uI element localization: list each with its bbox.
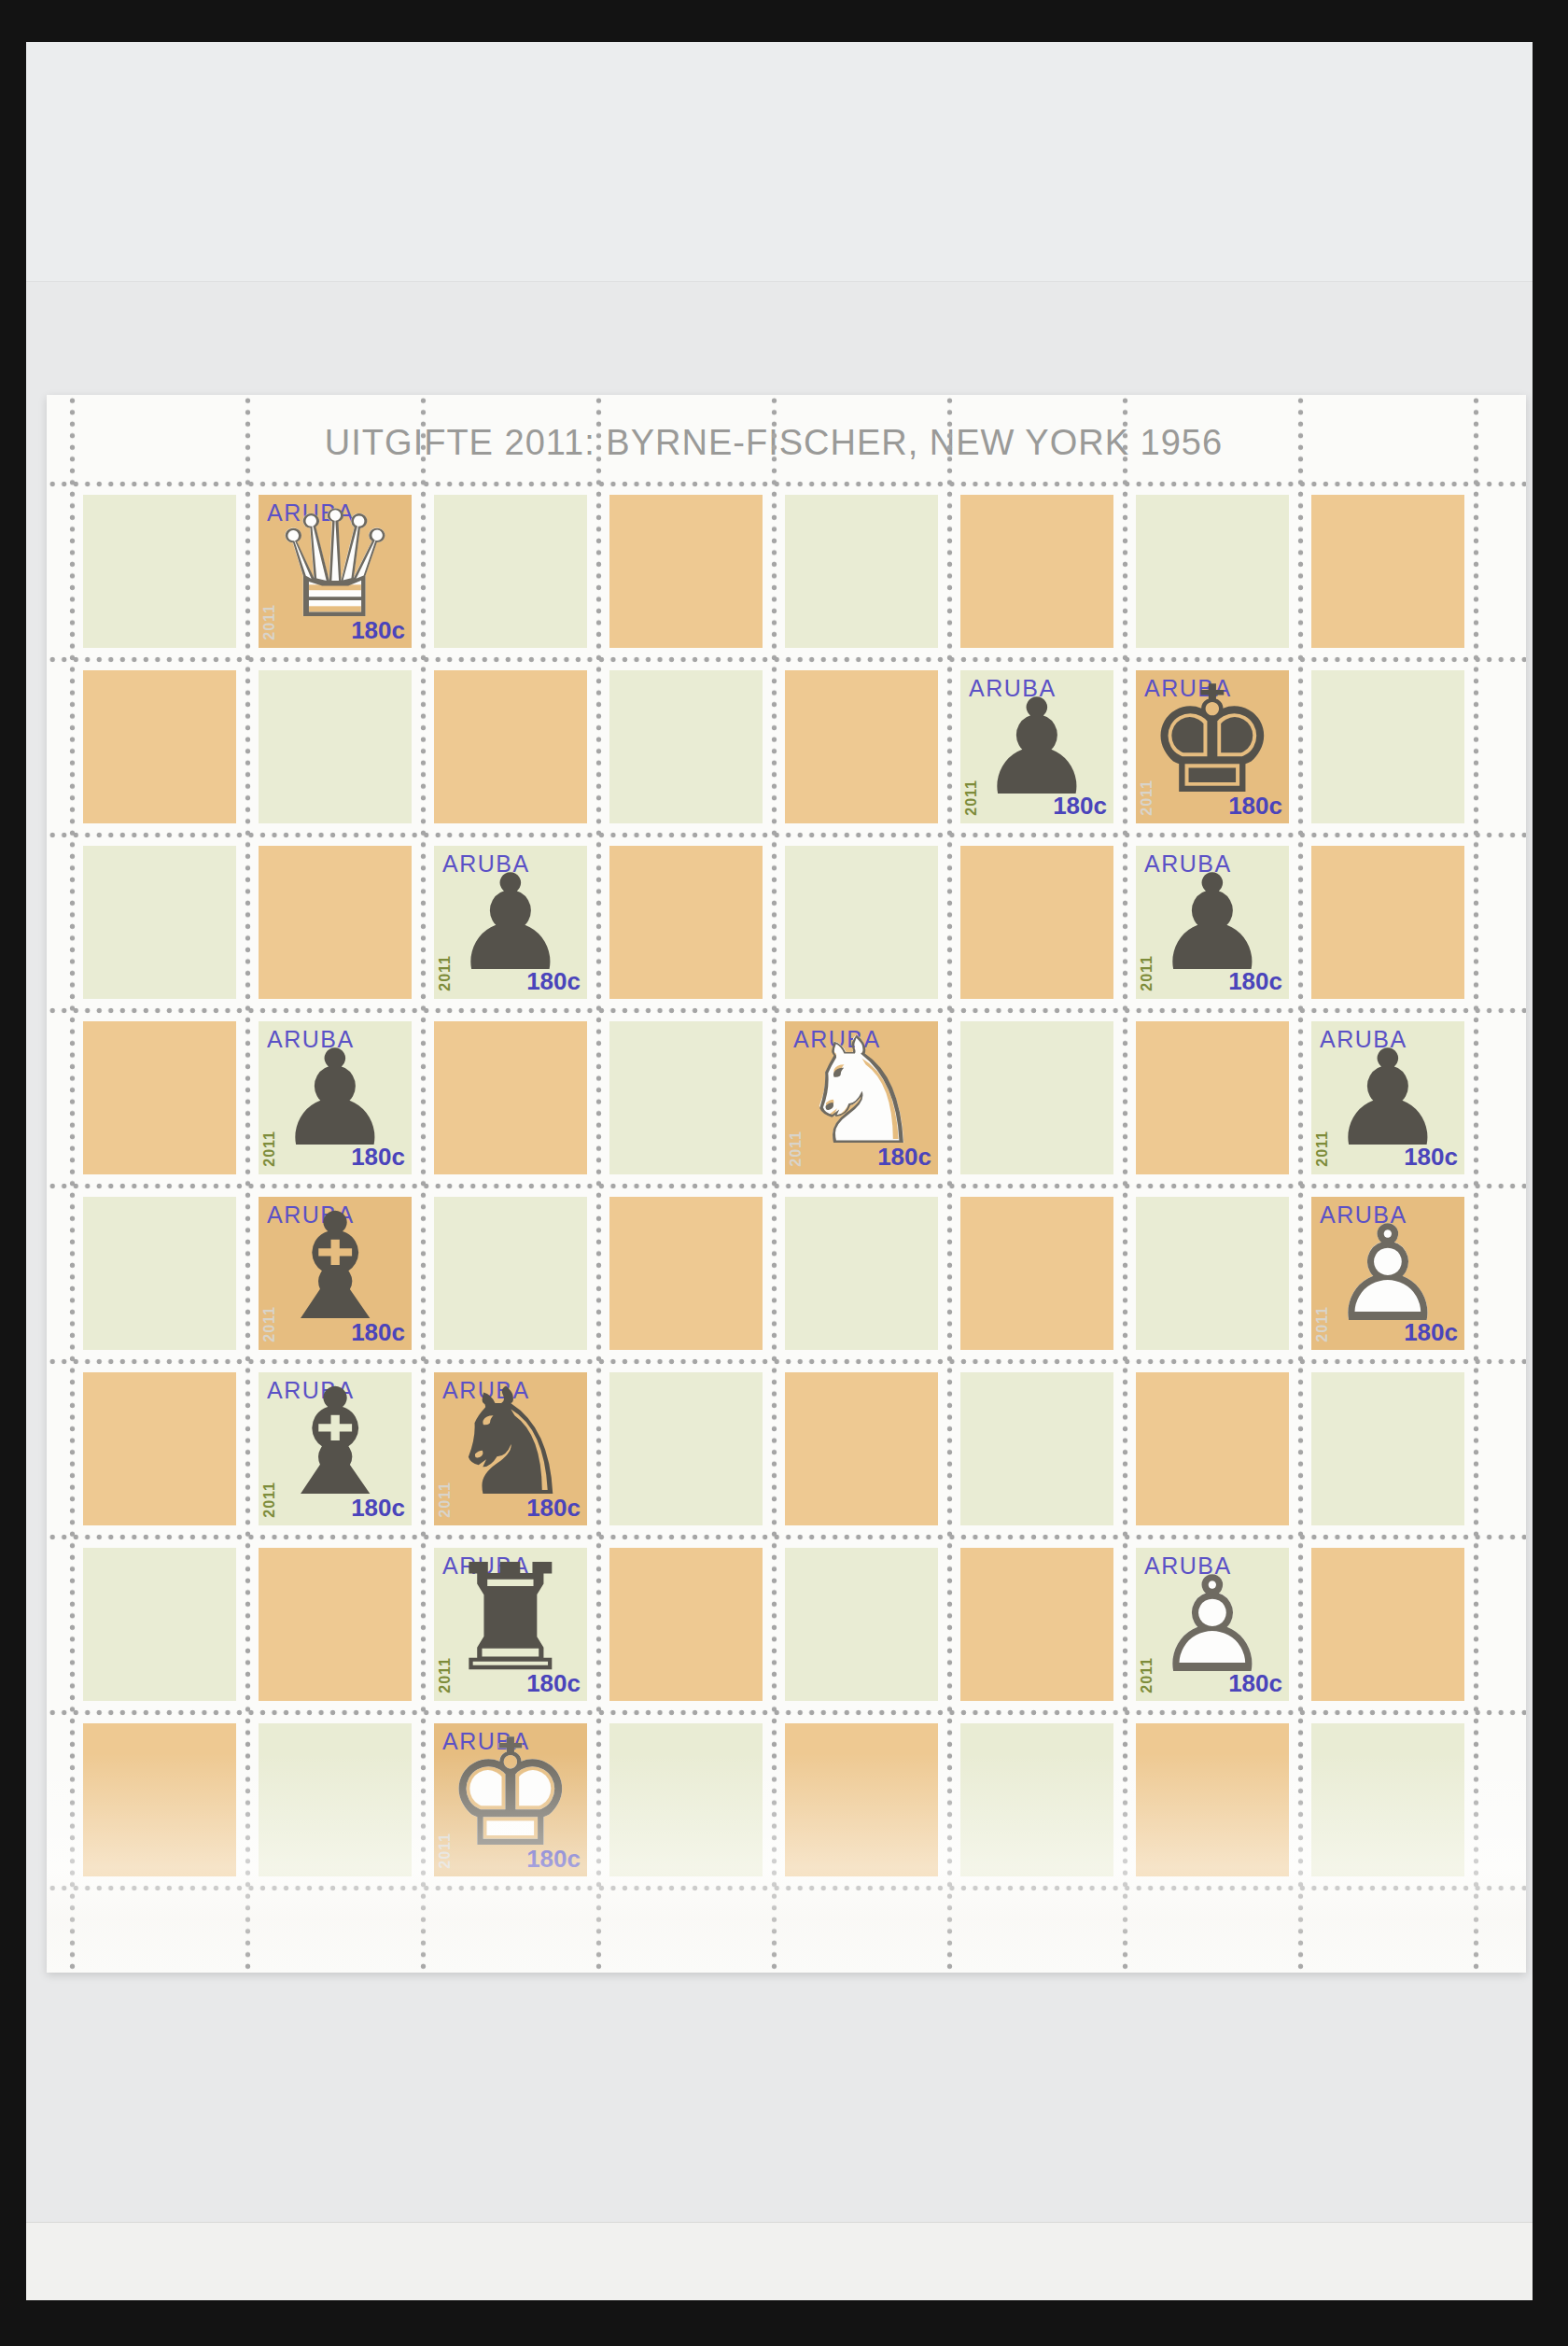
square-a2 [72,1537,247,1712]
square-d1 [598,1712,774,1888]
square-h7 [1300,659,1476,835]
piece-white-knight: ♞♘ [785,1021,938,1174]
square-h8 [1300,484,1476,659]
square-h5: ARUBA2011180c♟ [1300,1010,1476,1186]
square-g3 [1125,1361,1300,1537]
stamp-h5: ARUBA2011180c♟ [1311,1021,1464,1174]
square-h2 [1300,1537,1476,1712]
black-rook-glyph: ♜ [444,1544,577,1692]
black-pawn-glyph: ♟ [451,857,569,990]
stamp-sheet: UITGIFTE 2011: BYRNE-FISCHER, NEW YORK 1… [47,395,1526,1973]
stamp-c1: ARUBA2011180c♚♔ [434,1723,587,1876]
square-e7 [774,659,949,835]
square-h3 [1300,1361,1476,1537]
piece-black-rook: ♜ [434,1548,587,1701]
black-bishop-glyph: ♝ [269,1369,401,1516]
square-g8 [1125,484,1300,659]
square-c2: ARUBA2011180c♜ [423,1537,598,1712]
square-f3 [949,1361,1125,1537]
square-d2 [598,1537,774,1712]
piece-white-king: ♚♔ [434,1723,587,1876]
stamp-g2: ARUBA2011180c♟♙ [1136,1548,1289,1701]
square-c6: ARUBA2011180c♟ [423,835,598,1010]
stamp-c6: ARUBA2011180c♟ [434,846,587,999]
square-h1 [1300,1712,1476,1888]
square-d7 [598,659,774,835]
stamp-b8: ARUBA2011180c♛♕ [259,495,412,648]
black-pawn-glyph: ♟ [1153,857,1271,990]
square-f2 [949,1537,1125,1712]
piece-black-king: ♚ [1136,670,1289,823]
photo-frame: UITGIFTE 2011: BYRNE-FISCHER, NEW YORK 1… [0,0,1568,2346]
white-pawn-outline-glyph: ♙ [1328,1208,1447,1341]
square-a3 [72,1361,247,1537]
piece-black-knight: ♞ [434,1372,587,1525]
square-c8 [423,484,598,659]
square-c3: ARUBA2011180c♞ [423,1361,598,1537]
square-e1 [774,1712,949,1888]
album-page-bottom-edge [26,2222,1533,2300]
stamp-e5: ARUBA2011180c♞♘ [785,1021,938,1174]
square-a1 [72,1712,247,1888]
square-f7: ARUBA2011180c♟ [949,659,1125,835]
square-d8 [598,484,774,659]
square-e8 [774,484,949,659]
square-b7 [247,659,423,835]
square-c1: ARUBA2011180c♚♔ [423,1712,598,1888]
stamp-c2: ARUBA2011180c♜ [434,1548,587,1701]
square-a7 [72,659,247,835]
square-h4: ARUBA2011180c♟♙ [1300,1186,1476,1361]
square-a4 [72,1186,247,1361]
stamp-g6: ARUBA2011180c♟ [1136,846,1289,999]
piece-black-pawn: ♟ [1311,1021,1464,1174]
square-e6 [774,835,949,1010]
stamp-h4: ARUBA2011180c♟♙ [1311,1197,1464,1350]
square-b1 [247,1712,423,1888]
square-d4 [598,1186,774,1361]
white-knight-outline-glyph: ♘ [795,1018,928,1165]
piece-black-bishop: ♝ [259,1197,412,1350]
square-g7: ARUBA2011180c♚ [1125,659,1300,835]
square-b8: ARUBA2011180c♛♕ [247,484,423,659]
square-e4 [774,1186,949,1361]
square-c4 [423,1186,598,1361]
square-f6 [949,835,1125,1010]
square-a5 [72,1010,247,1186]
album-page-top-edge [26,42,1533,282]
square-e3 [774,1361,949,1537]
piece-black-bishop: ♝ [259,1372,412,1525]
square-g1 [1125,1712,1300,1888]
square-d6 [598,835,774,1010]
stamp-g7: ARUBA2011180c♚ [1136,670,1289,823]
black-king-glyph: ♚ [1146,667,1279,814]
square-f5 [949,1010,1125,1186]
white-king-outline-glyph: ♔ [444,1720,577,1867]
square-g4 [1125,1186,1300,1361]
square-g6: ARUBA2011180c♟ [1125,835,1300,1010]
black-pawn-glyph: ♟ [275,1033,394,1165]
black-knight-glyph: ♞ [444,1369,577,1516]
square-d5 [598,1010,774,1186]
square-b3: ARUBA2011180c♝ [247,1361,423,1537]
square-b4: ARUBA2011180c♝ [247,1186,423,1361]
stamp-c3: ARUBA2011180c♞ [434,1372,587,1525]
piece-white-pawn: ♟♙ [1311,1197,1464,1350]
piece-black-pawn: ♟ [1136,846,1289,999]
square-a6 [72,835,247,1010]
square-f8 [949,484,1125,659]
square-g5 [1125,1010,1300,1186]
stamp-b3: ARUBA2011180c♝ [259,1372,412,1525]
piece-black-pawn: ♟ [259,1021,412,1174]
board: ARUBA2011180c♛♕ARUBA2011180c♟ARUBA201118… [72,484,1476,1888]
square-f4 [949,1186,1125,1361]
piece-black-pawn: ♟ [960,670,1113,823]
black-pawn-glyph: ♟ [977,681,1096,814]
square-f1 [949,1712,1125,1888]
square-b5: ARUBA2011180c♟ [247,1010,423,1186]
square-g2: ARUBA2011180c♟♙ [1125,1537,1300,1712]
black-bishop-glyph: ♝ [269,1193,401,1341]
square-a8 [72,484,247,659]
square-e5: ARUBA2011180c♞♘ [774,1010,949,1186]
square-c7 [423,659,598,835]
square-c5 [423,1010,598,1186]
piece-white-pawn: ♟♙ [1136,1548,1289,1701]
white-pawn-outline-glyph: ♙ [1153,1559,1271,1692]
square-h6 [1300,835,1476,1010]
stamp-f7: ARUBA2011180c♟ [960,670,1113,823]
white-queen-outline-glyph: ♕ [269,491,401,639]
piece-white-queen: ♛♕ [259,495,412,648]
piece-black-pawn: ♟ [434,846,587,999]
square-b6 [247,835,423,1010]
square-d3 [598,1361,774,1537]
square-b2 [247,1537,423,1712]
black-pawn-glyph: ♟ [1328,1033,1447,1165]
stamp-b4: ARUBA2011180c♝ [259,1197,412,1350]
stamp-b5: ARUBA2011180c♟ [259,1021,412,1174]
square-e2 [774,1537,949,1712]
